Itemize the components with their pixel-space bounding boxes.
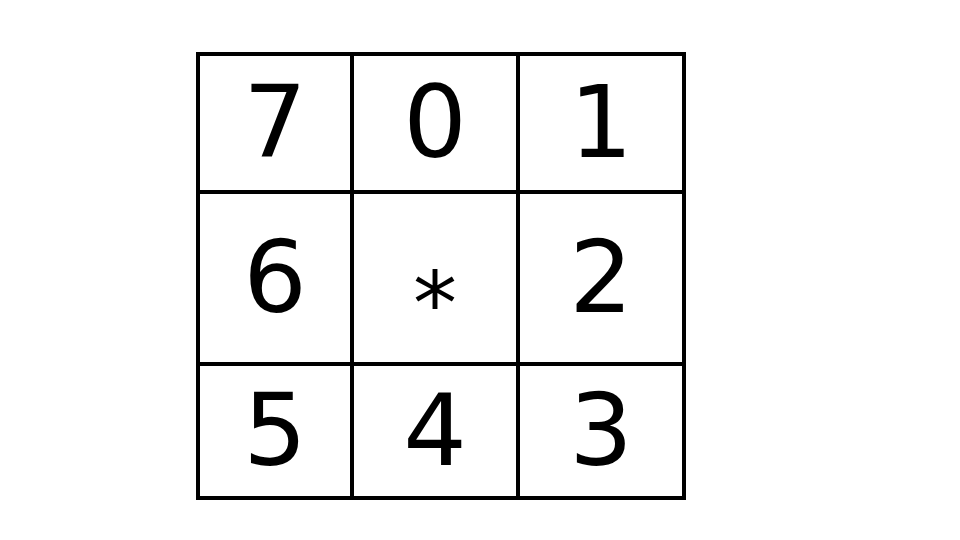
center-asterisk: * <box>413 260 457 348</box>
cell-r1c1: 7 <box>200 56 354 194</box>
cell-value: 5 <box>243 381 307 481</box>
cell-r2c2: * <box>354 194 520 366</box>
cell-value: 1 <box>569 73 633 173</box>
cell-value: 0 <box>403 73 467 173</box>
cell-r2c3: 2 <box>520 194 682 366</box>
grid-board: 7 0 1 6 * 2 5 4 3 <box>196 52 686 500</box>
cell-value: 3 <box>569 381 633 481</box>
cell-value: 4 <box>403 381 467 481</box>
page-background: 7 0 1 6 * 2 5 4 3 <box>0 0 960 540</box>
cell-r1c3: 1 <box>520 56 682 194</box>
cell-r3c2: 4 <box>354 366 520 496</box>
cell-value: 6 <box>243 228 307 328</box>
cell-value: 2 <box>569 228 633 328</box>
cell-r2c1: 6 <box>200 194 354 366</box>
cell-r3c3: 3 <box>520 366 682 496</box>
cell-r3c1: 5 <box>200 366 354 496</box>
cell-r1c2: 0 <box>354 56 520 194</box>
cell-value: 7 <box>243 73 307 173</box>
